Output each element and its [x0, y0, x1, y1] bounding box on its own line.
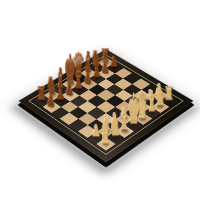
black-pawn-icon: ♟: [38, 94, 63, 107]
product-photo-scene: ♜♞♝♛♚♝♞♜♟♟♟♟♟♟♟♟♟♟♟♟♟♟♟♟♜♞♝♛♚♝♞♜: [0, 0, 200, 200]
camera-perspective: ♜♞♝♛♚♝♞♜♟♟♟♟♟♟♟♟♟♟♟♟♟♟♟♟♜♞♝♛♚♝♞♜: [0, 0, 200, 200]
white-rook-icon: ♜: [92, 128, 118, 144]
chess-board: ♜♞♝♛♚♝♞♜♟♟♟♟♟♟♟♟♟♟♟♟♟♟♟♟♜♞♝♛♚♝♞♜: [18, 49, 193, 163]
